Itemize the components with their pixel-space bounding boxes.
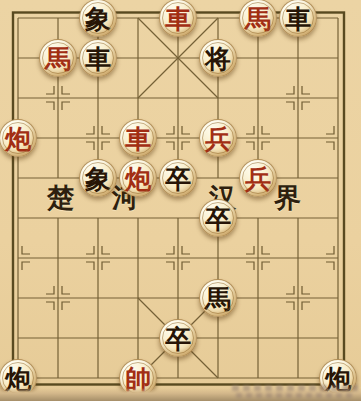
- piece-black-soldier[interactable]: 卒: [159, 319, 197, 357]
- piece-black-horse[interactable]: 馬: [199, 279, 237, 317]
- piece-black-chariot[interactable]: 車: [79, 39, 117, 77]
- piece-red-cannon[interactable]: 炮: [0, 119, 37, 157]
- piece-black-soldier[interactable]: 卒: [199, 199, 237, 237]
- piece-red-cannon[interactable]: 炮: [119, 159, 157, 197]
- piece-red-chariot[interactable]: 車: [119, 119, 157, 157]
- piece-black-elephant[interactable]: 象: [79, 0, 117, 37]
- piece-black-chariot[interactable]: 車: [279, 0, 317, 37]
- piece-black-soldier[interactable]: 卒: [159, 159, 197, 197]
- piece-black-cannon[interactable]: 炮: [319, 359, 357, 397]
- piece-black-elephant[interactable]: 象: [79, 159, 117, 197]
- piece-red-chariot[interactable]: 車: [159, 0, 197, 37]
- piece-red-horse[interactable]: 馬: [239, 0, 277, 37]
- piece-red-soldier[interactable]: 兵: [199, 119, 237, 157]
- piece-black-general[interactable]: 将: [199, 39, 237, 77]
- piece-red-horse[interactable]: 馬: [39, 39, 77, 77]
- piece-red-general[interactable]: 帥: [119, 359, 157, 397]
- piece-black-cannon[interactable]: 炮: [0, 359, 37, 397]
- piece-red-soldier[interactable]: 兵: [239, 159, 277, 197]
- xiangqi-board: 楚河 汉界 象車馬車馬車将炮車兵象炮卒兵卒馬卒炮帥炮: [0, 0, 361, 401]
